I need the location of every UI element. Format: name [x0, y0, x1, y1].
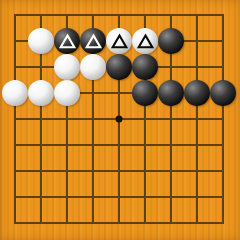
intersection-2-3[interactable]	[28, 54, 54, 80]
intersection-5-3[interactable]	[106, 54, 132, 80]
intersection-3-4[interactable]	[54, 80, 80, 106]
intersection-3-7[interactable]	[54, 158, 80, 184]
intersection-1-1[interactable]	[2, 2, 28, 28]
intersection-3-1[interactable]	[54, 2, 80, 28]
intersection-9-6[interactable]	[210, 132, 236, 158]
intersection-6-3[interactable]	[132, 54, 158, 80]
intersection-6-5[interactable]	[132, 106, 158, 132]
intersection-3-6[interactable]	[54, 132, 80, 158]
white-stone	[54, 54, 80, 80]
black-stone	[184, 80, 210, 106]
triangle-mark-icon	[85, 33, 102, 50]
intersection-5-9[interactable]	[106, 210, 132, 236]
intersection-4-9[interactable]	[80, 210, 106, 236]
intersection-9-7[interactable]	[210, 158, 236, 184]
intersection-8-5[interactable]	[184, 106, 210, 132]
white-stone	[28, 80, 54, 106]
intersection-5-4[interactable]	[106, 80, 132, 106]
intersection-6-8[interactable]	[132, 184, 158, 210]
intersection-2-2[interactable]	[28, 28, 54, 54]
black-stone	[158, 28, 184, 54]
intersection-2-4[interactable]	[28, 80, 54, 106]
intersection-9-3[interactable]	[210, 54, 236, 80]
intersection-1-8[interactable]	[2, 184, 28, 210]
intersection-2-7[interactable]	[28, 158, 54, 184]
intersection-1-3[interactable]	[2, 54, 28, 80]
intersection-6-1[interactable]	[132, 2, 158, 28]
intersection-9-9[interactable]	[210, 210, 236, 236]
black-stone	[80, 28, 106, 54]
intersection-8-7[interactable]	[184, 158, 210, 184]
black-stone	[210, 80, 236, 106]
intersection-1-7[interactable]	[2, 158, 28, 184]
intersection-8-6[interactable]	[184, 132, 210, 158]
white-stone	[106, 28, 132, 54]
intersection-2-9[interactable]	[28, 210, 54, 236]
white-stone	[54, 80, 80, 106]
black-stone	[132, 54, 158, 80]
intersection-3-5[interactable]	[54, 106, 80, 132]
intersection-4-8[interactable]	[80, 184, 106, 210]
intersection-2-6[interactable]	[28, 132, 54, 158]
intersection-9-1[interactable]	[210, 2, 236, 28]
intersection-2-5[interactable]	[28, 106, 54, 132]
intersection-5-8[interactable]	[106, 184, 132, 210]
intersection-8-4[interactable]	[184, 80, 210, 106]
intersection-8-2[interactable]	[184, 28, 210, 54]
intersection-5-7[interactable]	[106, 158, 132, 184]
white-stone	[80, 54, 106, 80]
white-stone	[2, 80, 28, 106]
white-stone	[132, 28, 158, 54]
intersection-6-2[interactable]	[132, 28, 158, 54]
intersection-8-1[interactable]	[184, 2, 210, 28]
intersection-5-6[interactable]	[106, 132, 132, 158]
intersection-5-1[interactable]	[106, 2, 132, 28]
go-board	[0, 0, 240, 240]
intersection-4-2[interactable]	[80, 28, 106, 54]
white-stone	[28, 28, 54, 54]
intersection-1-5[interactable]	[2, 106, 28, 132]
intersection-4-5[interactable]	[80, 106, 106, 132]
intersection-7-9[interactable]	[158, 210, 184, 236]
star-point	[116, 116, 123, 123]
intersection-4-6[interactable]	[80, 132, 106, 158]
intersection-2-1[interactable]	[28, 2, 54, 28]
intersection-3-8[interactable]	[54, 184, 80, 210]
intersection-9-2[interactable]	[210, 28, 236, 54]
intersection-1-9[interactable]	[2, 210, 28, 236]
intersection-7-7[interactable]	[158, 158, 184, 184]
intersection-3-2[interactable]	[54, 28, 80, 54]
intersection-6-7[interactable]	[132, 158, 158, 184]
intersection-4-7[interactable]	[80, 158, 106, 184]
intersection-8-9[interactable]	[184, 210, 210, 236]
intersection-5-2[interactable]	[106, 28, 132, 54]
intersection-6-4[interactable]	[132, 80, 158, 106]
intersection-7-1[interactable]	[158, 2, 184, 28]
intersection-9-5[interactable]	[210, 106, 236, 132]
black-stone	[158, 80, 184, 106]
intersection-8-3[interactable]	[184, 54, 210, 80]
intersection-8-8[interactable]	[184, 184, 210, 210]
intersection-3-3[interactable]	[54, 54, 80, 80]
intersection-7-2[interactable]	[158, 28, 184, 54]
intersection-1-4[interactable]	[2, 80, 28, 106]
black-stone	[106, 54, 132, 80]
intersection-1-2[interactable]	[2, 28, 28, 54]
intersection-7-3[interactable]	[158, 54, 184, 80]
intersection-3-9[interactable]	[54, 210, 80, 236]
intersection-4-4[interactable]	[80, 80, 106, 106]
black-stone	[54, 28, 80, 54]
intersection-7-6[interactable]	[158, 132, 184, 158]
black-stone	[132, 80, 158, 106]
triangle-mark-icon	[111, 33, 128, 50]
intersection-6-9[interactable]	[132, 210, 158, 236]
intersection-6-6[interactable]	[132, 132, 158, 158]
intersection-7-8[interactable]	[158, 184, 184, 210]
triangle-mark-icon	[59, 33, 76, 50]
intersection-4-1[interactable]	[80, 2, 106, 28]
intersection-7-4[interactable]	[158, 80, 184, 106]
intersection-9-4[interactable]	[210, 80, 236, 106]
triangle-mark-icon	[137, 33, 154, 50]
intersection-2-8[interactable]	[28, 184, 54, 210]
intersection-4-3[interactable]	[80, 54, 106, 80]
intersection-7-5[interactable]	[158, 106, 184, 132]
intersection-9-8[interactable]	[210, 184, 236, 210]
intersection-1-6[interactable]	[2, 132, 28, 158]
